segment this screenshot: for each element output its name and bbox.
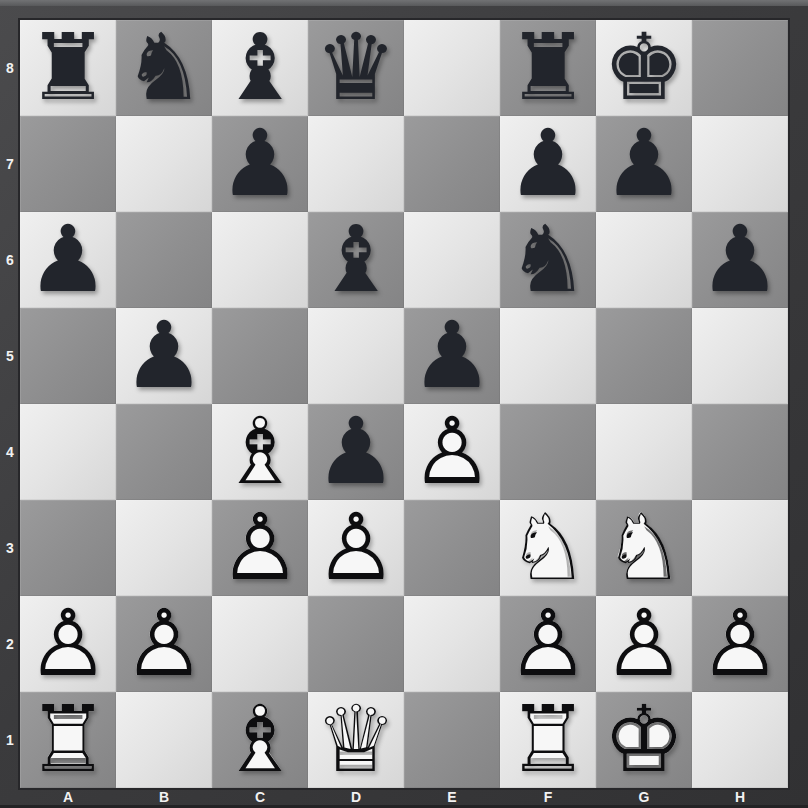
piece-glyph-fill: ♜	[20, 20, 116, 116]
white-pawn-piece[interactable]: ♟♙	[308, 500, 404, 596]
square-h1[interactable]	[692, 692, 788, 788]
square-g8[interactable]: ♚	[596, 20, 692, 116]
square-e8[interactable]	[404, 20, 500, 116]
file-label-h: H	[692, 787, 788, 807]
square-b2[interactable]: ♟♙	[116, 596, 212, 692]
black-pawn-piece[interactable]: ♟	[596, 116, 692, 212]
square-c7[interactable]: ♟	[212, 116, 308, 212]
white-king-piece[interactable]: ♚♔	[596, 692, 692, 788]
rank-label-2: 2	[0, 596, 20, 692]
square-f7[interactable]: ♟	[500, 116, 596, 212]
square-e4[interactable]: ♟♙	[404, 404, 500, 500]
piece-glyph-fill: ♟	[692, 212, 788, 308]
file-label-c: C	[212, 787, 308, 807]
square-c5[interactable]	[212, 308, 308, 404]
square-f8[interactable]: ♜	[500, 20, 596, 116]
piece-glyph-outline: ♗	[212, 692, 308, 788]
square-h2[interactable]: ♟♙	[692, 596, 788, 692]
square-h7[interactable]	[692, 116, 788, 212]
black-pawn-piece[interactable]: ♟	[308, 404, 404, 500]
square-b8[interactable]: ♞	[116, 20, 212, 116]
square-c4[interactable]: ♝♗	[212, 404, 308, 500]
piece-glyph-fill: ♟	[404, 308, 500, 404]
square-h5[interactable]	[692, 308, 788, 404]
black-knight-piece[interactable]: ♞	[500, 212, 596, 308]
square-a3[interactable]	[20, 500, 116, 596]
black-rook-piece[interactable]: ♜	[500, 20, 596, 116]
piece-glyph-outline: ♙	[500, 596, 596, 692]
piece-glyph-outline: ♖	[500, 692, 596, 788]
white-pawn-piece[interactable]: ♟♙	[596, 596, 692, 692]
square-c8[interactable]: ♝	[212, 20, 308, 116]
square-a2[interactable]: ♟♙	[20, 596, 116, 692]
square-a1[interactable]: ♜♖	[20, 692, 116, 788]
piece-glyph-outline: ♙	[20, 596, 116, 692]
frame-top-highlight	[0, 0, 808, 6]
black-pawn-piece[interactable]: ♟	[20, 212, 116, 308]
piece-glyph-outline: ♖	[20, 692, 116, 788]
square-c6[interactable]	[212, 212, 308, 308]
square-e1[interactable]	[404, 692, 500, 788]
piece-glyph-fill: ♟	[500, 116, 596, 212]
square-g6[interactable]	[596, 212, 692, 308]
white-pawn-piece[interactable]: ♟♙	[500, 596, 596, 692]
rank-label-6: 6	[0, 212, 20, 308]
piece-glyph-outline: ♙	[404, 404, 500, 500]
piece-glyph-fill: ♛	[308, 20, 404, 116]
white-knight-piece[interactable]: ♞♘	[596, 500, 692, 596]
piece-glyph-fill: ♞	[116, 20, 212, 116]
piece-glyph-outline: ♙	[596, 596, 692, 692]
square-g7[interactable]: ♟	[596, 116, 692, 212]
square-b4[interactable]	[116, 404, 212, 500]
square-g5[interactable]	[596, 308, 692, 404]
square-a5[interactable]	[20, 308, 116, 404]
white-rook-piece[interactable]: ♜♖	[20, 692, 116, 788]
piece-glyph-fill: ♞	[500, 212, 596, 308]
square-g1[interactable]: ♚♔	[596, 692, 692, 788]
square-c1[interactable]: ♝♗	[212, 692, 308, 788]
piece-glyph-outline: ♔	[596, 692, 692, 788]
square-d5[interactable]	[308, 308, 404, 404]
piece-glyph-outline: ♕	[308, 692, 404, 788]
black-pawn-piece[interactable]: ♟	[212, 116, 308, 212]
piece-glyph-outline: ♘	[596, 500, 692, 596]
square-b1[interactable]	[116, 692, 212, 788]
piece-glyph-fill: ♝	[212, 20, 308, 116]
file-label-d: D	[308, 787, 404, 807]
square-d4[interactable]: ♟	[308, 404, 404, 500]
square-b3[interactable]	[116, 500, 212, 596]
square-e5[interactable]: ♟	[404, 308, 500, 404]
square-h8[interactable]	[692, 20, 788, 116]
square-a6[interactable]: ♟	[20, 212, 116, 308]
square-a8[interactable]: ♜	[20, 20, 116, 116]
piece-glyph-outline: ♙	[308, 500, 404, 596]
rank-label-5: 5	[0, 308, 20, 404]
square-c3[interactable]: ♟♙	[212, 500, 308, 596]
piece-glyph-fill: ♟	[212, 116, 308, 212]
square-a4[interactable]	[20, 404, 116, 500]
piece-glyph-fill: ♟	[20, 212, 116, 308]
chess-board-frame: ♜♞♝♛♜♚♟♟♟♟♝♞♟♟♟♝♗♟♟♙♟♙♟♙♞♘♞♘♟♙♟♙♟♙♟♙♟♙♜♖…	[0, 0, 808, 808]
square-g4[interactable]	[596, 404, 692, 500]
white-pawn-piece[interactable]: ♟♙	[116, 596, 212, 692]
piece-glyph-outline: ♘	[500, 500, 596, 596]
square-g3[interactable]: ♞♘	[596, 500, 692, 596]
black-bishop-piece[interactable]: ♝	[308, 212, 404, 308]
square-h6[interactable]: ♟	[692, 212, 788, 308]
black-queen-piece[interactable]: ♛	[308, 20, 404, 116]
file-label-e: E	[404, 787, 500, 807]
black-pawn-piece[interactable]: ♟	[500, 116, 596, 212]
square-d3[interactable]: ♟♙	[308, 500, 404, 596]
square-g2[interactable]: ♟♙	[596, 596, 692, 692]
square-b6[interactable]	[116, 212, 212, 308]
white-pawn-piece[interactable]: ♟♙	[692, 596, 788, 692]
square-c2[interactable]	[212, 596, 308, 692]
square-f3[interactable]: ♞♘	[500, 500, 596, 596]
square-f2[interactable]: ♟♙	[500, 596, 596, 692]
rank-label-1: 1	[0, 692, 20, 788]
square-d6[interactable]: ♝	[308, 212, 404, 308]
black-bishop-piece[interactable]: ♝	[212, 20, 308, 116]
white-queen-piece[interactable]: ♛♕	[308, 692, 404, 788]
piece-glyph-outline: ♗	[212, 404, 308, 500]
rank-label-8: 8	[0, 20, 20, 116]
file-label-a: A	[20, 787, 116, 807]
file-label-g: G	[596, 787, 692, 807]
square-e3[interactable]	[404, 500, 500, 596]
square-f4[interactable]	[500, 404, 596, 500]
square-d2[interactable]	[308, 596, 404, 692]
piece-glyph-outline: ♙	[212, 500, 308, 596]
white-bishop-piece[interactable]: ♝♗	[212, 404, 308, 500]
black-rook-piece[interactable]: ♜	[20, 20, 116, 116]
file-label-f: F	[500, 787, 596, 807]
white-pawn-piece[interactable]: ♟♙	[212, 500, 308, 596]
square-h4[interactable]	[692, 404, 788, 500]
piece-glyph-fill: ♜	[500, 20, 596, 116]
white-knight-piece[interactable]: ♞♘	[500, 500, 596, 596]
piece-glyph-fill: ♟	[116, 308, 212, 404]
square-b7[interactable]	[116, 116, 212, 212]
rank-label-4: 4	[0, 404, 20, 500]
white-rook-piece[interactable]: ♜♖	[500, 692, 596, 788]
piece-glyph-outline: ♙	[116, 596, 212, 692]
square-a7[interactable]	[20, 116, 116, 212]
white-pawn-piece[interactable]: ♟♙	[404, 404, 500, 500]
white-pawn-piece[interactable]: ♟♙	[20, 596, 116, 692]
black-king-piece[interactable]: ♚	[596, 20, 692, 116]
square-f1[interactable]: ♜♖	[500, 692, 596, 788]
file-label-b: B	[116, 787, 212, 807]
square-f6[interactable]: ♞	[500, 212, 596, 308]
rank-label-3: 3	[0, 500, 20, 596]
rank-label-7: 7	[0, 116, 20, 212]
black-knight-piece[interactable]: ♞	[116, 20, 212, 116]
white-bishop-piece[interactable]: ♝♗	[212, 692, 308, 788]
black-pawn-piece[interactable]: ♟	[116, 308, 212, 404]
piece-glyph-fill: ♝	[308, 212, 404, 308]
square-h3[interactable]	[692, 500, 788, 596]
piece-glyph-outline: ♙	[692, 596, 788, 692]
square-d7[interactable]	[308, 116, 404, 212]
piece-glyph-fill: ♚	[596, 20, 692, 116]
square-f5[interactable]	[500, 308, 596, 404]
square-e2[interactable]	[404, 596, 500, 692]
square-e7[interactable]	[404, 116, 500, 212]
piece-glyph-fill: ♟	[596, 116, 692, 212]
square-b5[interactable]: ♟	[116, 308, 212, 404]
square-d1[interactable]: ♛♕	[308, 692, 404, 788]
chess-board: ♜♞♝♛♜♚♟♟♟♟♝♞♟♟♟♝♗♟♟♙♟♙♟♙♞♘♞♘♟♙♟♙♟♙♟♙♟♙♜♖…	[20, 20, 788, 788]
square-e6[interactable]	[404, 212, 500, 308]
black-pawn-piece[interactable]: ♟	[692, 212, 788, 308]
square-d8[interactable]: ♛	[308, 20, 404, 116]
piece-glyph-fill: ♟	[308, 404, 404, 500]
black-pawn-piece[interactable]: ♟	[404, 308, 500, 404]
